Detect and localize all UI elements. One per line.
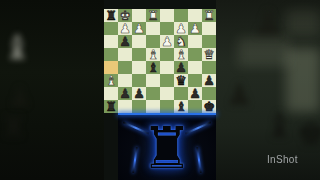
neon-streak — [132, 147, 138, 173]
black-k-piece: ♚ — [203, 100, 215, 112]
neon-streak — [196, 147, 202, 173]
board-square — [132, 9, 146, 22]
board-square — [188, 100, 202, 113]
board-square: ♜ — [104, 9, 118, 22]
board-square — [188, 48, 202, 61]
board-square — [174, 87, 188, 100]
board-square: ♟ — [118, 22, 132, 35]
board-square — [146, 22, 160, 35]
board-square — [146, 87, 160, 100]
white-p-piece: ♟ — [175, 22, 187, 34]
board-square — [104, 61, 118, 74]
board-square: ♟ — [202, 74, 216, 87]
chess-board: ♜♚♜♜♟♟♟♟♟♟♞♝♝♛♝♟♝♛♟♟♟♟♜♝♚ — [104, 9, 216, 113]
board-square — [104, 87, 118, 100]
black-p-piece: ♟ — [119, 87, 131, 99]
board-square — [202, 35, 216, 48]
black-p-piece: ♟ — [133, 87, 145, 99]
board-square — [202, 61, 216, 74]
board-square — [132, 100, 146, 113]
board-square — [118, 74, 132, 87]
board-square — [160, 22, 174, 35]
board-square: ♜ — [202, 9, 216, 22]
board-square — [160, 9, 174, 22]
blurred-piece-shape: ♜ — [0, 112, 27, 142]
white-b-piece: ♝ — [105, 74, 117, 86]
board-square — [160, 61, 174, 74]
video-frame: ♝♟♜♟♟♝♚ ♜♚♜♜♟♟♟♟♟♟♞♝♝♛♝♟♝♛♟♟♟♟♜♝♚ ♜ InSh… — [0, 0, 320, 180]
board-square — [118, 100, 132, 113]
board-square: ♟ — [188, 22, 202, 35]
blurred-piece-shape: ♝ — [2, 30, 32, 64]
black-p-piece: ♟ — [189, 87, 201, 99]
board-square — [146, 100, 160, 113]
board-square: ♟ — [174, 61, 188, 74]
board-square — [132, 48, 146, 61]
white-p-piece: ♟ — [189, 22, 201, 34]
board-square: ♛ — [174, 74, 188, 87]
blurred-board-patch — [286, 10, 320, 36]
board-square — [188, 61, 202, 74]
board-square — [202, 22, 216, 35]
board-square: ♟ — [132, 22, 146, 35]
blurred-piece-shape: ♟ — [252, 6, 284, 42]
white-b-piece: ♝ — [147, 48, 159, 60]
board-square — [202, 87, 216, 100]
board-square: ♟ — [132, 87, 146, 100]
board-square: ♝ — [146, 48, 160, 61]
black-p-piece: ♟ — [119, 35, 131, 47]
board-square: ♟ — [160, 35, 174, 48]
board-square: ♚ — [202, 100, 216, 113]
black-q-piece: ♛ — [175, 74, 187, 86]
board-square — [160, 100, 174, 113]
board-square — [174, 9, 188, 22]
board-square — [146, 74, 160, 87]
board-square — [146, 35, 160, 48]
board-square: ♝ — [104, 74, 118, 87]
board-square: ♟ — [188, 87, 202, 100]
board-square — [160, 74, 174, 87]
board-square: ♜ — [146, 9, 160, 22]
blurred-piece-shape: ♝ — [264, 108, 294, 142]
board-square — [132, 35, 146, 48]
black-b-piece: ♝ — [175, 100, 187, 112]
white-n-piece: ♞ — [175, 35, 187, 47]
blurred-piece-shape: ♟ — [8, 84, 31, 110]
board-square: ♞ — [174, 35, 188, 48]
board-square — [132, 74, 146, 87]
blurred-piece-shape: ♚ — [296, 116, 320, 150]
board-square — [118, 61, 132, 74]
black-r-piece: ♜ — [105, 100, 117, 112]
black-p-piece: ♟ — [175, 61, 187, 73]
white-q-piece: ♛ — [203, 48, 215, 60]
board-square: ♛ — [202, 48, 216, 61]
white-k-piece: ♚ — [119, 9, 131, 21]
white-b-piece: ♝ — [175, 48, 187, 60]
board-square: ♝ — [174, 100, 188, 113]
neon-rook-icon: ♜ — [141, 119, 193, 177]
board-square: ♚ — [118, 9, 132, 22]
black-b-piece: ♝ — [147, 61, 159, 73]
black-p-piece: ♟ — [203, 74, 215, 86]
board-square — [104, 35, 118, 48]
white-r-piece: ♜ — [203, 9, 215, 21]
board-square — [104, 48, 118, 61]
board-square: ♝ — [146, 61, 160, 74]
white-p-piece: ♟ — [119, 22, 131, 34]
board-square — [104, 22, 118, 35]
blurred-board-patch — [286, 48, 320, 112]
board-square — [132, 61, 146, 74]
board-square — [188, 35, 202, 48]
white-p-piece: ♟ — [161, 35, 173, 47]
board-square — [188, 74, 202, 87]
board-square: ♝ — [174, 48, 188, 61]
board-square: ♟ — [174, 22, 188, 35]
board-square: ♟ — [118, 35, 132, 48]
board-square — [118, 48, 132, 61]
watermark-text: InShot — [267, 154, 298, 165]
board-square — [160, 48, 174, 61]
neon-rook-overlay: ♜ — [118, 113, 216, 180]
white-p-piece: ♟ — [133, 22, 145, 34]
blurred-piece-shape: ♟ — [226, 80, 253, 110]
board-square — [160, 87, 174, 100]
board-square — [188, 9, 202, 22]
board-square: ♜ — [104, 100, 118, 113]
black-r-piece: ♜ — [105, 9, 117, 21]
board-square: ♟ — [118, 87, 132, 100]
white-r-piece: ♜ — [147, 9, 159, 21]
blurred-board-patch — [238, 38, 290, 66]
